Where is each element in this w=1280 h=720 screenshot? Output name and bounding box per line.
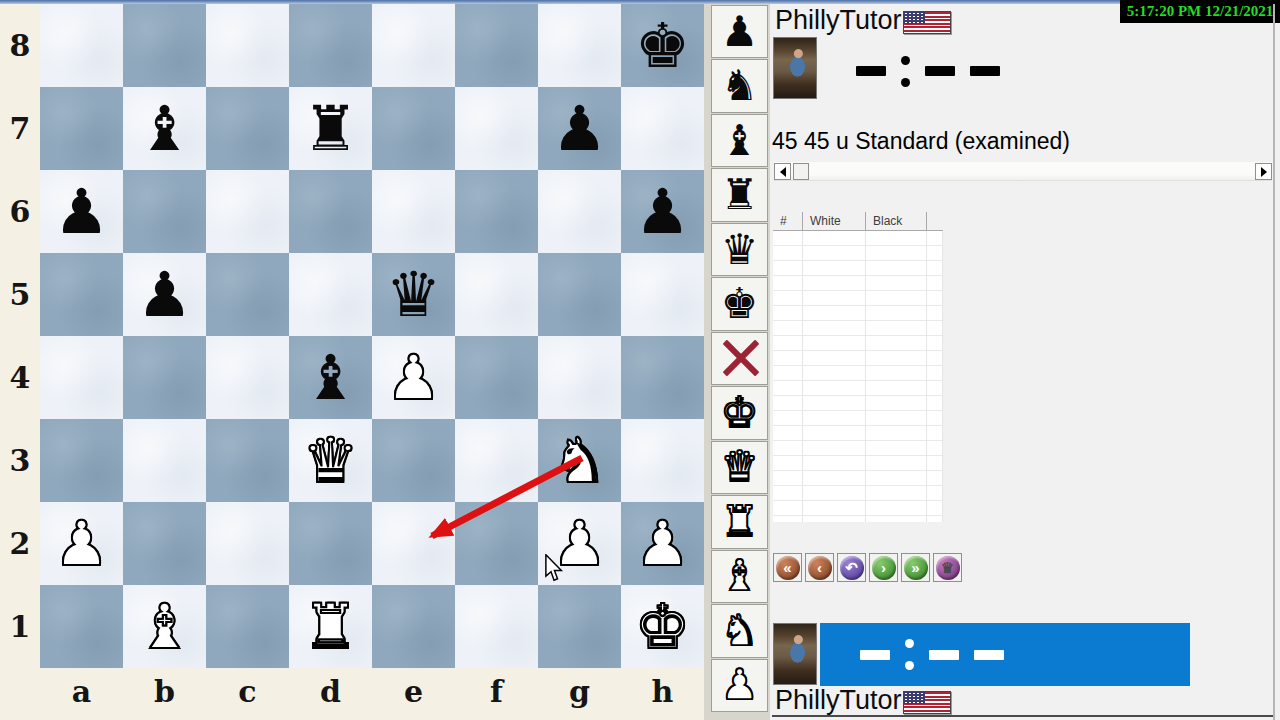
us-flag-icon-top bbox=[903, 11, 951, 34]
white-bishop[interactable]: ♝ bbox=[137, 585, 193, 668]
chess-board[interactable]: ♚♝♜♟♟♟♟♛♝♟♛♞♟♟♟♝♜♚ bbox=[40, 4, 704, 668]
last-button[interactable]: » bbox=[901, 553, 930, 582]
vcr-controls: «‹↶›»♛ bbox=[773, 553, 962, 582]
clock-dash bbox=[929, 650, 959, 660]
panel-bottom-border bbox=[772, 715, 1273, 717]
square-f6[interactable] bbox=[455, 170, 538, 253]
white-pawn-icon: ♟ bbox=[721, 664, 759, 706]
palette-black-rook[interactable]: ♜ bbox=[711, 168, 768, 221]
square-d7[interactable]: ♜ bbox=[289, 87, 372, 170]
file-label-f: f bbox=[455, 668, 538, 720]
square-h8[interactable]: ♚ bbox=[621, 4, 704, 87]
white-pawn[interactable]: ♟ bbox=[54, 502, 110, 585]
revert-button[interactable]: ↶ bbox=[837, 553, 866, 582]
rank-label-8: 8 bbox=[0, 4, 40, 87]
square-g6[interactable] bbox=[538, 170, 621, 253]
rank-label-5: 5 bbox=[0, 253, 40, 336]
rank-label-1: 1 bbox=[0, 585, 40, 668]
palette-black-queen[interactable]: ♛ bbox=[711, 223, 768, 276]
avatar-bottom bbox=[773, 623, 817, 685]
square-b6[interactable] bbox=[123, 170, 206, 253]
move-list[interactable] bbox=[773, 231, 943, 522]
square-a6[interactable]: ♟ bbox=[40, 170, 123, 253]
square-c8[interactable] bbox=[206, 4, 289, 87]
palette-white-queen[interactable]: ♛ bbox=[711, 441, 768, 494]
black-pawn[interactable]: ♟ bbox=[552, 87, 608, 170]
square-c1[interactable] bbox=[206, 585, 289, 668]
square-d4[interactable]: ♝ bbox=[289, 336, 372, 419]
system-clock-text: 5:17:20 PM 12/21/2021 bbox=[1127, 3, 1274, 20]
square-g7[interactable]: ♟ bbox=[538, 87, 621, 170]
clock-bottom bbox=[820, 623, 1190, 686]
square-h3[interactable] bbox=[621, 419, 704, 502]
square-a1[interactable] bbox=[40, 585, 123, 668]
square-c3[interactable] bbox=[206, 419, 289, 502]
first-button-icon: « bbox=[776, 556, 800, 580]
square-d1[interactable]: ♜ bbox=[289, 585, 372, 668]
square-f8[interactable] bbox=[455, 4, 538, 87]
black-bishop[interactable]: ♝ bbox=[303, 336, 359, 419]
square-e1[interactable] bbox=[372, 585, 455, 668]
black-pawn[interactable]: ♟ bbox=[137, 253, 193, 336]
palette-clear-square[interactable] bbox=[711, 332, 768, 385]
square-e5[interactable]: ♛ bbox=[372, 253, 455, 336]
square-h1[interactable]: ♚ bbox=[621, 585, 704, 668]
rank-label-2: 2 bbox=[0, 502, 40, 585]
palette-white-rook[interactable]: ♜ bbox=[711, 495, 768, 548]
square-e4[interactable]: ♟ bbox=[372, 336, 455, 419]
horizontal-scrollbar[interactable] bbox=[774, 162, 1272, 181]
file-label-a: a bbox=[40, 668, 123, 720]
panel-right-border bbox=[1273, 4, 1275, 720]
white-pawn[interactable]: ♟ bbox=[386, 336, 442, 419]
clock-dash bbox=[925, 66, 955, 76]
square-a7[interactable] bbox=[40, 87, 123, 170]
forward-button[interactable]: › bbox=[869, 553, 898, 582]
white-queen-icon: ♛ bbox=[721, 446, 759, 488]
file-labels: abcdefgh bbox=[40, 668, 704, 720]
square-f1[interactable] bbox=[455, 585, 538, 668]
white-pawn[interactable]: ♟ bbox=[635, 502, 691, 585]
player-name-bottom: PhillyTutor bbox=[775, 685, 902, 716]
black-pawn[interactable]: ♟ bbox=[54, 170, 110, 253]
us-flag-icon-bottom bbox=[903, 691, 951, 714]
white-knight-icon: ♞ bbox=[721, 610, 759, 652]
clear-x-icon bbox=[720, 338, 760, 378]
rank-label-6: 6 bbox=[0, 170, 40, 253]
square-g1[interactable] bbox=[538, 585, 621, 668]
square-h6[interactable]: ♟ bbox=[621, 170, 704, 253]
square-g3[interactable]: ♞ bbox=[538, 419, 621, 502]
square-h2[interactable]: ♟ bbox=[621, 502, 704, 585]
square-d5[interactable] bbox=[289, 253, 372, 336]
square-b3[interactable] bbox=[123, 419, 206, 502]
palette-white-king[interactable]: ♚ bbox=[711, 386, 768, 439]
square-e6[interactable] bbox=[372, 170, 455, 253]
rank-labels: 87654321 bbox=[0, 4, 40, 668]
palette-black-knight[interactable]: ♞ bbox=[711, 59, 768, 112]
white-bishop-icon: ♝ bbox=[721, 555, 759, 597]
square-c2[interactable] bbox=[206, 502, 289, 585]
square-f3[interactable] bbox=[455, 419, 538, 502]
square-b5[interactable]: ♟ bbox=[123, 253, 206, 336]
file-label-h: h bbox=[621, 668, 704, 720]
file-label-d: d bbox=[289, 668, 372, 720]
clock-dash bbox=[860, 650, 890, 660]
board-bottom-margin: abcdefgh bbox=[0, 668, 704, 720]
black-king-icon: ♚ bbox=[721, 283, 759, 325]
square-c5[interactable] bbox=[206, 253, 289, 336]
black-king[interactable]: ♚ bbox=[635, 4, 691, 87]
square-d3[interactable]: ♛ bbox=[289, 419, 372, 502]
scrollbar-thumb[interactable] bbox=[793, 163, 809, 180]
rank-label-7: 7 bbox=[0, 87, 40, 170]
square-f4[interactable] bbox=[455, 336, 538, 419]
palette-black-king[interactable]: ♚ bbox=[711, 277, 768, 330]
column-separator bbox=[865, 231, 866, 522]
move-number-header: # bbox=[773, 212, 803, 231]
white-king-icon: ♚ bbox=[721, 392, 759, 434]
square-a5[interactable] bbox=[40, 253, 123, 336]
square-d6[interactable] bbox=[289, 170, 372, 253]
square-b2[interactable] bbox=[123, 502, 206, 585]
black-queen-icon: ♛ bbox=[721, 229, 759, 271]
white-rook[interactable]: ♜ bbox=[303, 585, 359, 668]
square-e7[interactable] bbox=[372, 87, 455, 170]
square-h7[interactable] bbox=[621, 87, 704, 170]
clock-dash bbox=[970, 66, 1000, 76]
palette-white-bishop[interactable]: ♝ bbox=[711, 550, 768, 603]
square-e8[interactable] bbox=[372, 4, 455, 87]
rank-label-4: 4 bbox=[0, 336, 40, 419]
square-g8[interactable] bbox=[538, 4, 621, 87]
square-h5[interactable] bbox=[621, 253, 704, 336]
first-button[interactable]: « bbox=[773, 553, 802, 582]
column-separator bbox=[802, 231, 803, 522]
palette-white-pawn[interactable]: ♟ bbox=[711, 659, 768, 712]
square-b7[interactable]: ♝ bbox=[123, 87, 206, 170]
black-rook[interactable]: ♜ bbox=[303, 87, 359, 170]
clock-colon bbox=[901, 56, 910, 87]
rank-label-3: 3 bbox=[0, 419, 40, 502]
white-moves-header: White bbox=[803, 212, 866, 231]
avatar-top bbox=[773, 37, 817, 99]
file-label-e: e bbox=[372, 668, 455, 720]
square-d8[interactable] bbox=[289, 4, 372, 87]
column-separator bbox=[942, 231, 943, 522]
black-bishop[interactable]: ♝ bbox=[137, 87, 193, 170]
back-button[interactable]: ‹ bbox=[805, 553, 834, 582]
left-triangle-icon bbox=[780, 167, 786, 177]
game-description: 45 45 u Standard (examined) bbox=[772, 128, 1070, 155]
square-c6[interactable] bbox=[206, 170, 289, 253]
column-separator bbox=[926, 231, 927, 522]
file-label-c: c bbox=[206, 668, 289, 720]
square-f5[interactable] bbox=[455, 253, 538, 336]
last-button-icon: » bbox=[904, 556, 928, 580]
scroll-left-button[interactable] bbox=[774, 163, 791, 180]
white-queen[interactable]: ♛ bbox=[303, 419, 359, 502]
back-button-icon: ‹ bbox=[808, 556, 832, 580]
black-pawn-icon: ♟ bbox=[721, 11, 759, 53]
square-b1[interactable]: ♝ bbox=[123, 585, 206, 668]
revert-button-icon: ↶ bbox=[840, 556, 864, 580]
clock-dash bbox=[856, 66, 886, 76]
engine-button[interactable]: ♛ bbox=[933, 553, 962, 582]
square-c4[interactable] bbox=[206, 336, 289, 419]
black-queen[interactable]: ♛ bbox=[386, 253, 442, 336]
scroll-right-button[interactable] bbox=[1255, 163, 1272, 180]
palette-white-knight[interactable]: ♞ bbox=[711, 604, 768, 657]
square-g5[interactable] bbox=[538, 253, 621, 336]
square-c7[interactable] bbox=[206, 87, 289, 170]
black-bishop-icon: ♝ bbox=[721, 120, 759, 162]
square-b8[interactable] bbox=[123, 4, 206, 87]
square-a3[interactable] bbox=[40, 419, 123, 502]
square-g2[interactable]: ♟ bbox=[538, 502, 621, 585]
square-g4[interactable] bbox=[538, 336, 621, 419]
square-a2[interactable]: ♟ bbox=[40, 502, 123, 585]
square-f7[interactable] bbox=[455, 87, 538, 170]
player-name-top: PhillyTutor bbox=[775, 5, 902, 36]
file-label-b: b bbox=[123, 668, 206, 720]
system-clock: 5:17:20 PM 12/21/2021 bbox=[1120, 0, 1280, 23]
square-a4[interactable] bbox=[40, 336, 123, 419]
black-rook-icon: ♜ bbox=[721, 174, 759, 216]
forward-button-icon: › bbox=[872, 556, 896, 580]
clock-dash bbox=[974, 650, 1004, 660]
palette-black-bishop[interactable]: ♝ bbox=[711, 114, 768, 167]
info-panel: PhillyTutor 5:17:20 PM 12/21/2021 45 45 … bbox=[770, 4, 1280, 720]
black-knight-icon: ♞ bbox=[721, 65, 759, 107]
extra-column-header bbox=[927, 212, 943, 231]
square-e2[interactable] bbox=[372, 502, 455, 585]
clock-top bbox=[856, 52, 1000, 90]
palette-black-pawn[interactable]: ♟ bbox=[711, 5, 768, 58]
square-f2[interactable] bbox=[455, 502, 538, 585]
square-a8[interactable] bbox=[40, 4, 123, 87]
white-rook-icon: ♜ bbox=[721, 501, 759, 543]
file-label-g: g bbox=[538, 668, 621, 720]
engine-button-icon: ♛ bbox=[936, 556, 960, 580]
white-knight[interactable]: ♞ bbox=[552, 419, 608, 502]
white-king[interactable]: ♚ bbox=[635, 585, 691, 668]
black-moves-header: Black bbox=[866, 212, 927, 231]
square-b4[interactable] bbox=[123, 336, 206, 419]
move-list-header: # White Black bbox=[773, 212, 943, 231]
white-pawn[interactable]: ♟ bbox=[552, 502, 608, 585]
right-triangle-icon bbox=[1261, 167, 1267, 177]
square-e3[interactable] bbox=[372, 419, 455, 502]
square-d2[interactable] bbox=[289, 502, 372, 585]
clock-colon bbox=[905, 639, 914, 670]
black-pawn[interactable]: ♟ bbox=[635, 170, 691, 253]
piece-palette: ♟♞♝♜♛♚♚♛♜♝♞♟ bbox=[704, 4, 770, 720]
square-h4[interactable] bbox=[621, 336, 704, 419]
